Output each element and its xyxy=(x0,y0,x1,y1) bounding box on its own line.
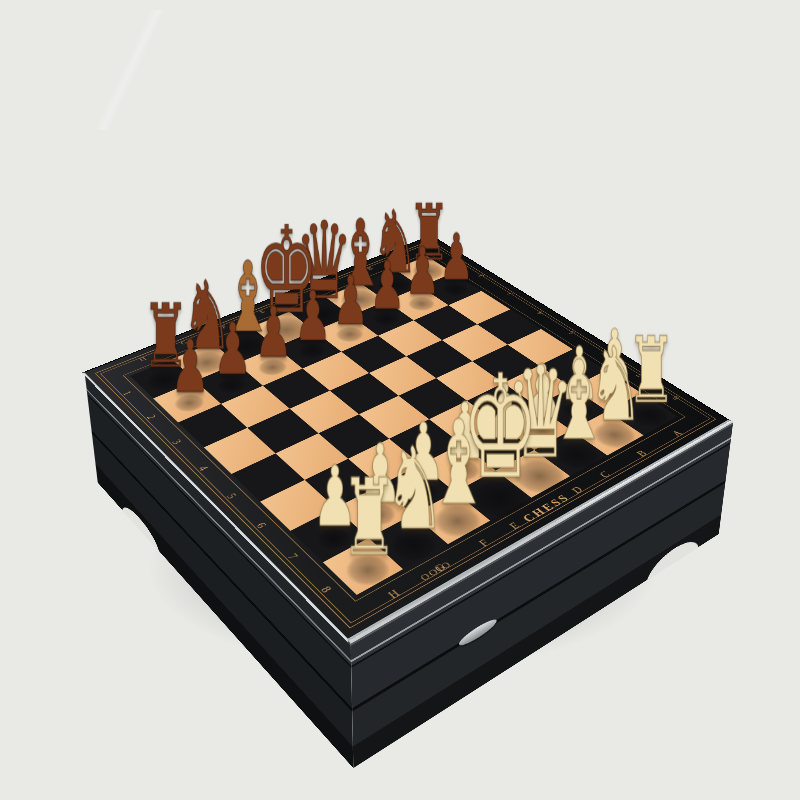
scene: CHESS OIOO HGFEDCBAHGFEDCBA1234567812345… xyxy=(0,0,800,800)
rank-label-left-3: 3 xyxy=(166,435,186,450)
rank-label-left-8: 8 xyxy=(313,580,338,600)
right-foot-cutout xyxy=(643,527,704,583)
rank-label-left-4: 4 xyxy=(192,461,213,477)
drawer-notch-handle[interactable] xyxy=(459,615,497,649)
file-label-near-H: H xyxy=(381,585,408,603)
left-foot-cutout xyxy=(118,493,162,555)
rank-label-left-7: 7 xyxy=(280,548,304,566)
chess-board-top: CHESS OIOO HGFEDCBAHGFEDCBA1234567812345… xyxy=(82,235,731,642)
rank-label-left-2: 2 xyxy=(141,410,161,424)
piece-white-rook-h1: ♜ xyxy=(302,465,437,571)
rank-label-right-4: 4 xyxy=(531,308,550,319)
piece-black-pawn-h7: ♟ xyxy=(133,330,247,403)
rank-label-left-5: 5 xyxy=(220,488,242,504)
product-photo: CHESS OIOO HGFEDCBAHGFEDCBA1234567812345… xyxy=(0,0,800,800)
rank-label-right-3: 3 xyxy=(501,289,519,299)
